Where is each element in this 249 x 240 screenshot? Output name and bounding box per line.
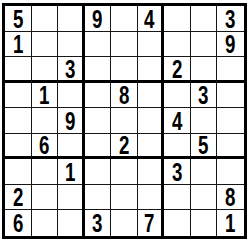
cell-r5c6[interactable] — [138, 108, 165, 134]
cell-r6c9[interactable] — [217, 134, 244, 160]
cell-r7c2[interactable] — [32, 159, 59, 185]
given-digit: 2 — [13, 183, 23, 210]
cell-r3c8[interactable] — [191, 57, 218, 83]
cell-r8c9[interactable]: 8 — [217, 185, 244, 211]
cell-r9c7[interactable] — [164, 210, 191, 236]
cell-r4c3[interactable] — [58, 83, 85, 109]
cell-r2c1[interactable]: 1 — [5, 32, 32, 58]
cell-r7c9[interactable] — [217, 159, 244, 185]
cell-r5c7[interactable]: 4 — [164, 108, 191, 134]
cell-r4c6[interactable] — [138, 83, 165, 109]
cell-r7c1[interactable] — [5, 159, 32, 185]
given-digit: 1 — [13, 30, 23, 57]
cell-r8c6[interactable] — [138, 185, 165, 211]
cell-r1c4[interactable]: 9 — [85, 6, 112, 32]
cell-r8c5[interactable] — [111, 185, 138, 211]
cell-r6c8[interactable]: 5 — [191, 134, 218, 160]
cell-r7c7[interactable]: 3 — [164, 159, 191, 185]
cell-r4c5[interactable]: 8 — [111, 83, 138, 109]
given-digit: 4 — [172, 107, 182, 134]
cell-r8c3[interactable] — [58, 185, 85, 211]
cell-r4c8[interactable]: 3 — [191, 83, 218, 109]
given-digit: 2 — [172, 55, 182, 82]
given-digit: 2 — [119, 131, 129, 158]
given-digit: 3 — [65, 55, 75, 82]
cell-r7c4[interactable] — [85, 159, 112, 185]
cell-r4c9[interactable] — [217, 83, 244, 109]
cell-r3c4[interactable] — [85, 57, 112, 83]
cell-r2c9[interactable]: 9 — [217, 32, 244, 58]
cell-r5c1[interactable] — [5, 108, 32, 134]
cell-r7c8[interactable] — [191, 159, 218, 185]
cell-r7c3[interactable]: 1 — [58, 159, 85, 185]
cell-r1c7[interactable] — [164, 6, 191, 32]
sudoku-screenshot: 594319321839462513286371 — [0, 0, 249, 240]
cell-r9c3[interactable] — [58, 210, 85, 236]
given-digit: 3 — [172, 158, 182, 185]
cell-r5c4[interactable] — [85, 108, 112, 134]
cell-r1c9[interactable]: 3 — [217, 6, 244, 32]
cell-r6c6[interactable] — [138, 134, 165, 160]
cell-r3c5[interactable] — [111, 57, 138, 83]
cell-r5c3[interactable]: 9 — [58, 108, 85, 134]
cell-r1c6[interactable]: 4 — [138, 6, 165, 32]
cell-r4c2[interactable]: 1 — [32, 83, 59, 109]
given-digit: 9 — [225, 30, 235, 57]
cell-r9c8[interactable] — [191, 210, 218, 236]
cell-r8c2[interactable] — [32, 185, 59, 211]
cell-r8c7[interactable] — [164, 185, 191, 211]
cell-r3c2[interactable] — [32, 57, 59, 83]
given-digit: 5 — [13, 5, 23, 32]
sudoku-board: 594319321839462513286371 — [2, 3, 247, 239]
cell-r3c9[interactable] — [217, 57, 244, 83]
cell-r2c2[interactable] — [32, 32, 59, 58]
cell-r8c1[interactable]: 2 — [5, 185, 32, 211]
cell-r6c4[interactable] — [85, 134, 112, 160]
cell-r2c8[interactable] — [191, 32, 218, 58]
cell-r6c2[interactable]: 6 — [32, 134, 59, 160]
given-digit: 8 — [225, 183, 235, 210]
given-digit: 3 — [225, 5, 235, 32]
given-digit: 1 — [39, 81, 49, 108]
cell-r8c8[interactable] — [191, 185, 218, 211]
given-digit: 6 — [39, 131, 49, 158]
cell-r2c5[interactable] — [111, 32, 138, 58]
cell-r1c3[interactable] — [58, 6, 85, 32]
cell-r1c2[interactable] — [32, 6, 59, 32]
given-digit: 7 — [144, 209, 154, 236]
cell-r8c4[interactable] — [85, 185, 112, 211]
cell-r7c5[interactable] — [111, 159, 138, 185]
given-digit: 5 — [198, 131, 208, 158]
cell-r9c1[interactable]: 6 — [5, 210, 32, 236]
cell-r9c2[interactable] — [32, 210, 59, 236]
cell-r4c4[interactable] — [85, 83, 112, 109]
given-digit: 4 — [144, 5, 154, 32]
cell-r3c6[interactable] — [138, 57, 165, 83]
cell-r2c4[interactable] — [85, 32, 112, 58]
given-digit: 8 — [119, 81, 129, 108]
given-digit: 6 — [13, 209, 23, 236]
given-digit: 3 — [198, 81, 208, 108]
cell-r6c3[interactable] — [58, 134, 85, 160]
cell-r5c9[interactable] — [217, 108, 244, 134]
cell-r3c1[interactable] — [5, 57, 32, 83]
cell-r4c1[interactable] — [5, 83, 32, 109]
cell-r2c6[interactable] — [138, 32, 165, 58]
cell-r9c5[interactable] — [111, 210, 138, 236]
cell-r9c9[interactable]: 1 — [217, 210, 244, 236]
cell-r6c5[interactable]: 2 — [111, 134, 138, 160]
given-digit: 3 — [92, 209, 102, 236]
cell-r1c5[interactable] — [111, 6, 138, 32]
cell-r1c8[interactable] — [191, 6, 218, 32]
given-digit: 9 — [65, 107, 75, 134]
cell-r6c7[interactable] — [164, 134, 191, 160]
cell-r9c4[interactable]: 3 — [85, 210, 112, 236]
cell-r3c7[interactable]: 2 — [164, 57, 191, 83]
given-digit: 1 — [225, 209, 235, 236]
given-digit: 9 — [92, 5, 102, 32]
cell-r4c7[interactable] — [164, 83, 191, 109]
cell-r7c6[interactable] — [138, 159, 165, 185]
cell-r3c3[interactable]: 3 — [58, 57, 85, 83]
given-digit: 1 — [65, 158, 75, 185]
cell-r1c1[interactable]: 5 — [5, 6, 32, 32]
cell-r6c1[interactable] — [5, 134, 32, 160]
cell-r9c6[interactable]: 7 — [138, 210, 165, 236]
